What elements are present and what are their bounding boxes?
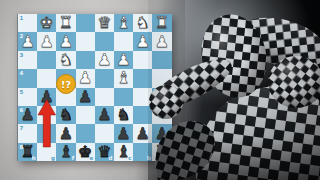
square-f1[interactable]: ♜ xyxy=(56,14,75,32)
square-g4[interactable] xyxy=(37,69,56,87)
square-e6[interactable] xyxy=(76,106,95,124)
rank-label: 1 xyxy=(20,15,24,21)
file-label: g xyxy=(51,155,55,161)
square-a6[interactable] xyxy=(152,106,171,124)
black-r-piece: ♜ xyxy=(20,143,34,161)
square-d1[interactable]: ♛ xyxy=(95,14,114,32)
file-label: d xyxy=(109,155,113,161)
rank-label: 3 xyxy=(20,52,24,58)
square-f6[interactable]: ♞ xyxy=(56,106,75,124)
square-d6[interactable]: ♟ xyxy=(95,106,114,124)
white-r-piece: ♜ xyxy=(59,14,73,32)
square-e4[interactable]: ♟ xyxy=(76,69,95,87)
thumbnail-canvas: 1♚♜♛♝♞♜2♟♟♟♟♟3♞♟♟4♟♝5♟♟6♟♞♟♞7♟♟♟♟8h♜gf♝e… xyxy=(0,0,320,180)
file-label: c xyxy=(128,155,131,161)
square-h5[interactable]: 5 xyxy=(18,88,37,106)
square-b3[interactable] xyxy=(133,51,152,69)
square-h4[interactable]: 4 xyxy=(18,69,37,87)
file-label: e xyxy=(90,155,94,161)
square-d2[interactable] xyxy=(95,32,114,50)
rank-label: 5 xyxy=(20,89,24,95)
black-k-piece: ♚ xyxy=(78,143,92,161)
square-f3[interactable]: ♞ xyxy=(56,51,75,69)
chess-board: 1♚♜♛♝♞♜2♟♟♟♟♟3♞♟♟4♟♝5♟♟6♟♞♟♞7♟♟♟♟8h♜gf♝e… xyxy=(18,14,172,161)
square-a8[interactable]: a♜ xyxy=(152,143,171,161)
square-e5[interactable]: ♟ xyxy=(76,88,95,106)
square-a7[interactable]: ♟ xyxy=(152,124,171,142)
rank-label: 6 xyxy=(20,107,24,113)
white-p-piece: ♟ xyxy=(40,33,54,51)
black-p-piece: ♟ xyxy=(155,125,169,143)
rank-label: 8 xyxy=(20,144,24,150)
file-label: b xyxy=(147,155,151,161)
black-p-piece: ♟ xyxy=(59,125,73,143)
square-f8[interactable]: f♝ xyxy=(56,143,75,161)
person-arm-over-head xyxy=(233,8,320,77)
square-h1[interactable]: 1 xyxy=(18,14,37,32)
square-f2[interactable]: ♟ xyxy=(56,32,75,50)
square-b6[interactable] xyxy=(133,106,152,124)
square-e1[interactable] xyxy=(76,14,95,32)
square-a4[interactable] xyxy=(152,69,171,87)
square-h3[interactable]: 3 xyxy=(18,51,37,69)
white-p-piece: ♟ xyxy=(136,33,150,51)
square-g2[interactable]: ♟ xyxy=(37,32,56,50)
person-torso xyxy=(196,86,320,180)
white-p-piece: ♟ xyxy=(155,33,169,51)
black-b-piece: ♝ xyxy=(59,143,73,161)
black-q-piece: ♛ xyxy=(97,143,111,161)
square-b8[interactable]: b xyxy=(133,143,152,161)
square-b2[interactable]: ♟ xyxy=(133,32,152,50)
square-a1[interactable]: ♜ xyxy=(152,14,171,32)
rank-label: 7 xyxy=(20,125,24,131)
black-p-piece: ♟ xyxy=(136,125,150,143)
square-d5[interactable] xyxy=(95,88,114,106)
square-d7[interactable] xyxy=(95,124,114,142)
square-h7[interactable]: 7 xyxy=(18,124,37,142)
square-b5[interactable] xyxy=(133,88,152,106)
file-label: h xyxy=(32,155,36,161)
square-c1[interactable]: ♝ xyxy=(114,14,133,32)
person-elbow-ball xyxy=(268,56,320,108)
square-d3[interactable]: ♟ xyxy=(95,51,114,69)
square-a2[interactable]: ♟ xyxy=(152,32,171,50)
black-b-piece: ♝ xyxy=(116,143,130,161)
white-p-piece: ♟ xyxy=(59,33,73,51)
square-e3[interactable] xyxy=(76,51,95,69)
black-p-piece: ♟ xyxy=(116,125,130,143)
square-d8[interactable]: d♛ xyxy=(95,143,114,161)
black-r-piece: ♜ xyxy=(155,143,169,161)
black-p-piece: ♟ xyxy=(97,106,111,124)
square-g7[interactable] xyxy=(37,124,56,142)
square-h8[interactable]: 8h♜ xyxy=(18,143,37,161)
white-k-piece: ♚ xyxy=(40,14,54,32)
white-b-piece: ♝ xyxy=(116,69,130,87)
board-grid: 1♚♜♛♝♞♜2♟♟♟♟♟3♞♟♟4♟♝5♟♟6♟♞♟♞7♟♟♟♟8h♜gf♝e… xyxy=(18,14,172,161)
square-c8[interactable]: c♝ xyxy=(114,143,133,161)
white-p-piece: ♟ xyxy=(78,69,92,87)
rank-label: 4 xyxy=(20,70,24,76)
square-e2[interactable] xyxy=(76,32,95,50)
square-c2[interactable] xyxy=(114,32,133,50)
square-g5[interactable]: ♟ xyxy=(37,88,56,106)
white-q-piece: ♛ xyxy=(97,14,111,32)
square-b1[interactable]: ♞ xyxy=(133,14,152,32)
interesting-move-badge: !? xyxy=(56,74,76,94)
black-p-piece: ♟ xyxy=(20,106,34,124)
rank-label: 2 xyxy=(20,33,24,39)
black-p-piece: ♟ xyxy=(78,88,92,106)
square-h2[interactable]: 2♟ xyxy=(18,32,37,50)
square-f7[interactable]: ♟ xyxy=(56,124,75,142)
file-label: a xyxy=(166,155,170,161)
square-c5[interactable] xyxy=(114,88,133,106)
square-g3[interactable] xyxy=(37,51,56,69)
white-n-piece: ♞ xyxy=(59,51,73,69)
black-n-piece: ♞ xyxy=(116,106,130,124)
square-c4[interactable]: ♝ xyxy=(114,69,133,87)
square-a5[interactable] xyxy=(152,88,171,106)
square-e8[interactable]: e♚ xyxy=(76,143,95,161)
square-e7[interactable] xyxy=(76,124,95,142)
square-a3[interactable] xyxy=(152,51,171,69)
square-b7[interactable]: ♟ xyxy=(133,124,152,142)
square-b4[interactable] xyxy=(133,69,152,87)
white-p-piece: ♟ xyxy=(20,33,34,51)
file-label: f xyxy=(72,155,74,161)
square-c7[interactable]: ♟ xyxy=(114,124,133,142)
white-r-piece: ♜ xyxy=(155,14,169,32)
person-head xyxy=(194,8,274,103)
square-g1[interactable]: ♚ xyxy=(37,14,56,32)
white-p-piece: ♟ xyxy=(116,51,130,69)
square-h6[interactable]: 6♟ xyxy=(18,106,37,124)
square-g6[interactable] xyxy=(37,106,56,124)
black-p-piece: ♟ xyxy=(40,88,54,106)
white-b-piece: ♝ xyxy=(116,14,130,32)
square-g8[interactable]: g xyxy=(37,143,56,161)
black-n-piece: ♞ xyxy=(59,106,73,124)
white-p-piece: ♟ xyxy=(97,51,111,69)
square-c6[interactable]: ♞ xyxy=(114,106,133,124)
square-c3[interactable]: ♟ xyxy=(114,51,133,69)
white-n-piece: ♞ xyxy=(136,14,150,32)
square-d4[interactable] xyxy=(95,69,114,87)
